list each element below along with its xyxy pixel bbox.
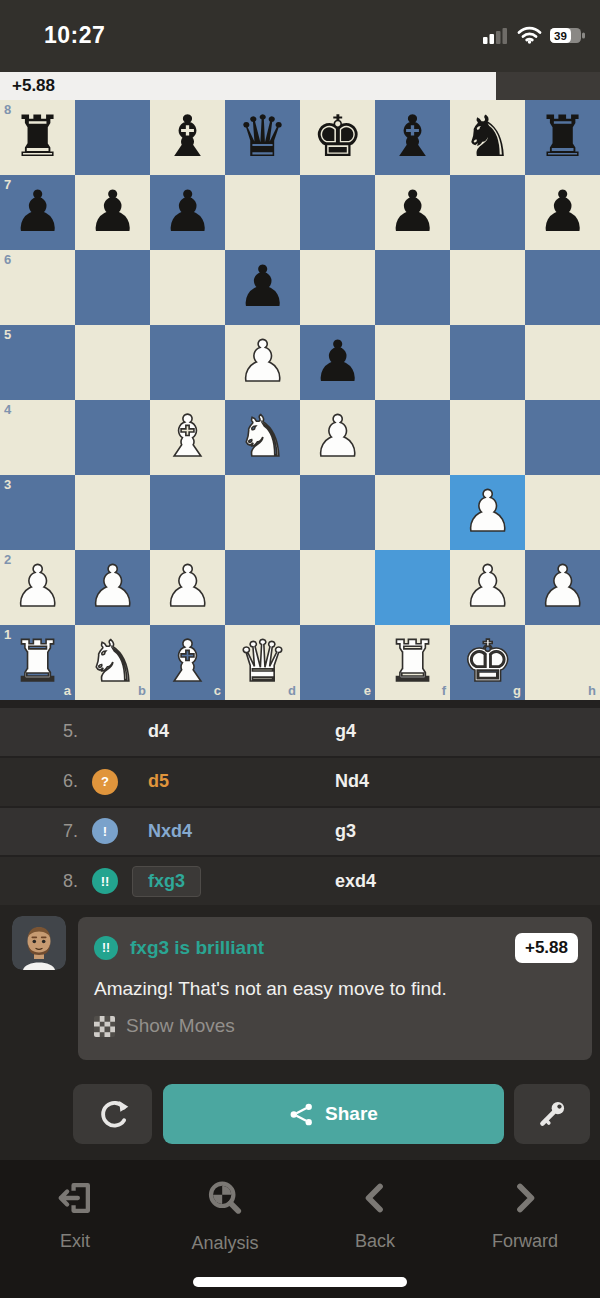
nav-label: Analysis [191,1233,258,1254]
move-classification-slot: ! [78,818,132,844]
square-a4[interactable]: 4 [0,400,75,475]
square-g3[interactable]: ♟ [450,475,525,550]
rank-label-4: 4 [4,403,11,416]
square-e4[interactable]: ♟ [300,400,375,475]
black-queen-d8: ♛ [225,100,300,175]
square-b7[interactable]: ♟ [75,175,150,250]
brilliant-move-icon: !! [92,868,118,894]
coach-avatar-image [12,916,66,970]
square-f8[interactable]: ♝ [375,100,450,175]
square-d6[interactable]: ♟ [225,250,300,325]
coach-avatar [12,916,66,970]
square-a7[interactable]: 7♟ [0,175,75,250]
square-c6[interactable] [150,250,225,325]
move-number: 6. [14,771,78,792]
square-g7[interactable] [450,175,525,250]
square-d7[interactable] [225,175,300,250]
white-pawn-g3: ♟ [450,475,525,550]
square-f7[interactable]: ♟ [375,175,450,250]
square-h2[interactable]: ♟ [525,550,600,625]
black-rook-a8: ♜ [0,100,75,175]
square-a5[interactable]: 5 [0,325,75,400]
black-pawn-e5: ♟ [300,325,375,400]
black-pawn-f7: ♟ [375,175,450,250]
square-b2[interactable]: ♟ [75,550,150,625]
square-h8[interactable]: ♜ [525,100,600,175]
white-move[interactable]: Nxd4 [148,821,192,841]
square-b4[interactable] [75,400,150,475]
move-row-8: 8.!!fxg3exd4 [0,857,600,905]
white-pawn-c2: ♟ [150,550,225,625]
show-moves-label: Show Moves [126,1015,235,1037]
square-e6[interactable] [300,250,375,325]
nav-label: Forward [492,1231,558,1252]
home-indicator[interactable] [193,1277,407,1287]
move-number: 7. [14,821,78,842]
white-move-cell: Nxd4 [148,821,335,842]
white-bishop-c4: ♝ [150,400,225,475]
square-a2[interactable]: 2♟ [0,550,75,625]
feedback-title: fxg3 is brilliant [130,937,515,959]
nav-exit[interactable]: Exit [0,1160,150,1298]
share-icon [289,1102,314,1127]
square-g4[interactable] [450,400,525,475]
square-g2[interactable]: ♟ [450,550,525,625]
move-feedback-card: !! fxg3 is brilliant +5.88 Amazing! That… [78,917,592,1060]
white-pawn-e4: ♟ [300,400,375,475]
black-move[interactable]: g3 [335,821,356,841]
white-rook-f1: ♜ [375,625,450,700]
forward-icon [505,1178,545,1222]
exit-icon [55,1178,95,1222]
white-move[interactable]: fxg3 [132,866,201,897]
square-a6[interactable]: 6 [0,250,75,325]
nav-label: Back [355,1231,395,1252]
move-row-5: 5.d4g4 [0,708,600,758]
black-move-cell: g4 [335,721,600,742]
square-f4[interactable] [375,400,450,475]
black-pawn-a7: ♟ [0,175,75,250]
square-g5[interactable] [450,325,525,400]
rank-label-3: 3 [4,478,11,491]
black-bishop-c8: ♝ [150,100,225,175]
app-screen: 10:27 39 +5.88 [0,0,600,1298]
black-rook-h8: ♜ [525,100,600,175]
feedback-comment: Amazing! That's not an easy move to find… [94,978,576,1000]
evaluation-bar: +5.88 [0,72,600,100]
white-move[interactable]: d5 [148,771,169,791]
board: 8♜♝♛♚♝♞♜7♟♟♟♟♟6♟5♟♟4♝♞♟3♟2♟♟♟♟♟1a♜b♞c♝d♛… [0,100,600,700]
square-g8[interactable]: ♞ [450,100,525,175]
square-c7[interactable]: ♟ [150,175,225,250]
back-icon [355,1178,395,1222]
square-d8[interactable]: ♛ [225,100,300,175]
good-move-icon: ! [92,818,118,844]
square-d5[interactable]: ♟ [225,325,300,400]
black-pawn-b7: ♟ [75,175,150,250]
square-c5[interactable] [150,325,225,400]
square-e7[interactable] [300,175,375,250]
square-f5[interactable] [375,325,450,400]
square-c2[interactable]: ♟ [150,550,225,625]
square-e2[interactable] [300,550,375,625]
black-king-e8: ♚ [300,100,375,175]
white-pawn-d5: ♟ [225,325,300,400]
black-pawn-d6: ♟ [225,250,300,325]
square-a1[interactable]: 1a♜ [0,625,75,700]
black-bishop-f8: ♝ [375,100,450,175]
wifi-icon [517,26,542,44]
brilliant-move-icon: !! [94,936,118,960]
white-pawn-a2: ♟ [0,550,75,625]
rank-label-5: 5 [4,328,11,341]
show-moves-button[interactable]: Show Moves [94,1015,576,1037]
chessboard-icon [94,1016,115,1037]
retry-icon [96,1097,130,1131]
nav-forward[interactable]: Forward [450,1160,600,1298]
square-f2[interactable] [375,550,450,625]
retry-button[interactable] [73,1084,152,1144]
square-h6[interactable] [525,250,600,325]
square-f3[interactable] [375,475,450,550]
square-c3[interactable] [150,475,225,550]
white-bishop-c1: ♝ [150,625,225,700]
white-move-cell: d4 [148,721,335,742]
black-pawn-c7: ♟ [150,175,225,250]
nav-label: Exit [60,1231,90,1252]
square-h4[interactable] [525,400,600,475]
move-classification-slot: ? [78,769,132,795]
square-a3[interactable]: 3 [0,475,75,550]
evaluation-score: +5.88 [12,76,55,96]
evaluation-bar-white-fill: +5.88 [0,72,496,100]
white-king-g1: ♚ [450,625,525,700]
clock: 10:27 [44,22,105,49]
analysis-icon [204,1178,246,1224]
square-g6[interactable] [450,250,525,325]
battery-icon: 39 [550,27,586,44]
square-d4[interactable]: ♞ [225,400,300,475]
move-list: 5.d4g46.?d5Nd47.!Nxd4g38.!!fxg3exd4 [0,708,600,905]
square-c4[interactable]: ♝ [150,400,225,475]
status-bar: 10:27 39 [0,0,600,72]
share-button[interactable]: Share [163,1084,504,1144]
file-label-h: h [588,684,596,697]
square-e1[interactable]: e [300,625,375,700]
black-move[interactable]: exd4 [335,871,376,891]
white-pawn-h2: ♟ [525,550,600,625]
rank-label-6: 6 [4,253,11,266]
white-pawn-b2: ♟ [75,550,150,625]
square-c8[interactable]: ♝ [150,100,225,175]
white-queen-d1: ♛ [225,625,300,700]
white-move-cell: d5 [148,771,335,792]
square-a8[interactable]: 8♜ [0,100,75,175]
key-icon [536,1098,568,1130]
square-b3[interactable] [75,475,150,550]
move-row-6: 6.?d5Nd4 [0,758,600,808]
move-number: 8. [14,871,78,892]
square-b1[interactable]: b♞ [75,625,150,700]
black-move[interactable]: g4 [335,721,356,741]
square-b5[interactable] [75,325,150,400]
square-c1[interactable]: c♝ [150,625,225,700]
square-f1[interactable]: f♜ [375,625,450,700]
move-row-7: 7.!Nxd4g3 [0,808,600,858]
square-h3[interactable] [525,475,600,550]
white-knight-d4: ♞ [225,400,300,475]
black-knight-g8: ♞ [450,100,525,175]
square-d2[interactable] [225,550,300,625]
black-pawn-h7: ♟ [525,175,600,250]
black-move-cell: exd4 [335,871,600,892]
square-g1[interactable]: g♚ [450,625,525,700]
cell-signal-icon [483,27,509,44]
white-rook-a1: ♜ [0,625,75,700]
square-h7[interactable]: ♟ [525,175,600,250]
square-e3[interactable] [300,475,375,550]
analysis-panel: !! fxg3 is brilliant +5.88 Amazing! That… [0,905,600,1160]
move-classification-slot: !! [78,868,132,894]
black-move[interactable]: Nd4 [335,771,369,791]
black-move-cell: Nd4 [335,771,600,792]
square-h1[interactable]: h [525,625,600,700]
black-move-cell: g3 [335,821,600,842]
move-list-divider [0,700,600,708]
square-e5[interactable]: ♟ [300,325,375,400]
square-d3[interactable] [225,475,300,550]
square-b8[interactable] [75,100,150,175]
square-h5[interactable] [525,325,600,400]
key-button[interactable] [514,1084,590,1144]
square-f6[interactable] [375,250,450,325]
mistake-move-icon: ? [92,769,118,795]
share-label: Share [325,1103,378,1125]
white-knight-b1: ♞ [75,625,150,700]
white-pawn-g2: ♟ [450,550,525,625]
eval-badge: +5.88 [515,933,578,963]
file-label-e: e [364,684,371,697]
square-d1[interactable]: d♛ [225,625,300,700]
square-e8[interactable]: ♚ [300,100,375,175]
white-move-cell: fxg3 [148,866,335,897]
move-number: 5. [14,721,78,742]
svg-text:39: 39 [554,29,567,41]
square-b6[interactable] [75,250,150,325]
white-move[interactable]: d4 [148,721,169,741]
